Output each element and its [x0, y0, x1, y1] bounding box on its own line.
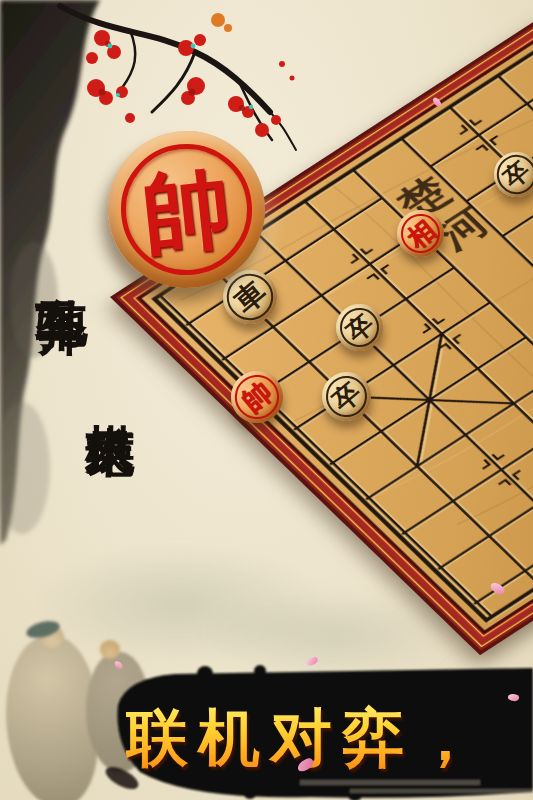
old-man-right-head [100, 640, 120, 659]
slogan-primary: 车驰马奔 [36, 255, 88, 267]
banner-slogan: 联机对弈， [126, 696, 533, 780]
splash-screen: 楚 河 車 相 卒 卒 卒 帥 帥 车驰马奔 棋术绝天下 [0, 0, 533, 800]
piece-engraved-ring: 帥 [115, 138, 259, 282]
slogan-secondary: 棋术绝天下 [86, 384, 135, 399]
